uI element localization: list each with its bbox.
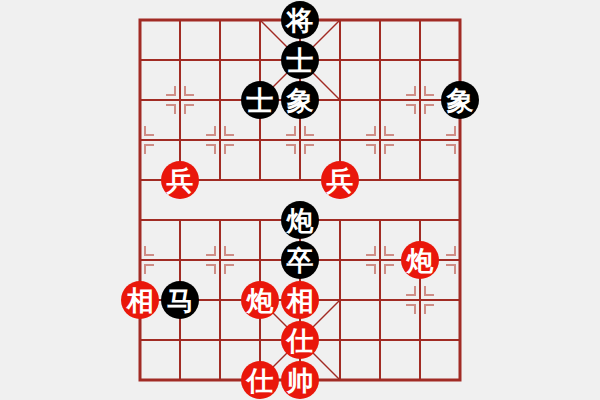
piece-red-advisor[interactable]: 仕: [281, 321, 319, 359]
xiangqi-board[interactable]: 将士士象象炮卒马兵兵炮相炮相仕仕帅: [0, 0, 600, 400]
piece-red-soldier[interactable]: 兵: [161, 161, 199, 199]
piece-black-elephant[interactable]: 象: [281, 81, 319, 119]
piece-red-elephant[interactable]: 相: [281, 281, 319, 319]
piece-red-general[interactable]: 帅: [281, 361, 319, 399]
piece-black-advisor[interactable]: 士: [241, 81, 279, 119]
piece-red-soldier[interactable]: 兵: [321, 161, 359, 199]
piece-black-horse[interactable]: 马: [161, 281, 199, 319]
piece-red-elephant[interactable]: 相: [121, 281, 159, 319]
piece-black-soldier[interactable]: 卒: [281, 241, 319, 279]
piece-red-cannon[interactable]: 炮: [401, 241, 439, 279]
piece-black-cannon[interactable]: 炮: [281, 201, 319, 239]
piece-black-advisor[interactable]: 士: [281, 41, 319, 79]
piece-black-general[interactable]: 将: [281, 1, 319, 39]
piece-black-elephant[interactable]: 象: [441, 81, 479, 119]
piece-red-cannon[interactable]: 炮: [241, 281, 279, 319]
pieces-layer: 将士士象象炮卒马兵兵炮相炮相仕仕帅: [0, 0, 600, 400]
piece-red-advisor[interactable]: 仕: [241, 361, 279, 399]
